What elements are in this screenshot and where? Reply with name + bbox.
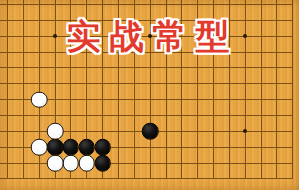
white-stone — [79, 155, 96, 172]
grid-line-horizontal — [0, 163, 293, 164]
grid-line-vertical — [245, 0, 246, 179]
white-stone — [47, 155, 64, 172]
grid-line-vertical — [276, 0, 277, 179]
grid-line-vertical — [23, 0, 24, 179]
grid-line-horizontal — [0, 67, 293, 68]
black-stone — [63, 139, 80, 156]
black-stone — [94, 139, 111, 156]
grid-line-horizontal — [0, 115, 293, 116]
grid-line-horizontal — [0, 4, 293, 5]
black-stone — [142, 123, 159, 140]
black-stone — [94, 155, 111, 172]
grid-line-horizontal — [0, 83, 293, 84]
white-stone — [31, 139, 48, 156]
star-point — [53, 34, 57, 38]
star-point — [243, 129, 247, 133]
grid-line-horizontal — [0, 178, 293, 179]
page-title: 实战常型 — [67, 19, 239, 55]
white-stone — [47, 123, 64, 140]
star-point — [243, 34, 247, 38]
grid-line-vertical — [292, 0, 293, 179]
black-stone — [47, 139, 64, 156]
grid-line-vertical — [261, 0, 262, 179]
grid-line-vertical — [7, 0, 8, 179]
go-board[interactable]: 实战常型 — [0, 0, 299, 190]
white-stone — [31, 91, 48, 108]
black-stone — [79, 139, 96, 156]
white-stone — [63, 155, 80, 172]
